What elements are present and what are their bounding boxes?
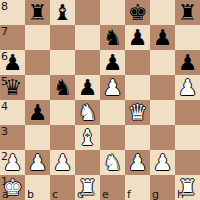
piece-white-knight-d4[interactable]: ♞ bbox=[78, 100, 98, 125]
square-c8[interactable]: ♝ bbox=[50, 0, 75, 25]
piece-white-pawn-a2[interactable]: ♟ bbox=[3, 150, 23, 175]
square-h3[interactable] bbox=[175, 125, 200, 150]
square-f2[interactable]: ♟ bbox=[125, 150, 150, 175]
square-g8[interactable] bbox=[150, 0, 175, 25]
piece-white-pawn-f2[interactable]: ♟ bbox=[128, 150, 148, 175]
piece-white-rook-h1[interactable]: ♜ bbox=[178, 175, 198, 200]
piece-white-pawn-e5[interactable]: ♟ bbox=[103, 75, 123, 100]
chess-diagram: ♜♝♚♜♞♟♟♟♟♟♛♞♟♟♟♟♞♛♝♟♟♟♞♟♟♚♜♜87654321abcd… bbox=[0, 0, 200, 200]
square-e6[interactable]: ♟ bbox=[100, 50, 125, 75]
file-label-b: b bbox=[27, 189, 34, 200]
square-b2[interactable]: ♟ bbox=[25, 150, 50, 175]
piece-white-pawn-c2[interactable]: ♟ bbox=[53, 150, 73, 175]
square-b7[interactable] bbox=[25, 25, 50, 50]
piece-black-pawn-g7[interactable]: ♟ bbox=[153, 25, 173, 50]
file-label-f: f bbox=[127, 189, 131, 200]
piece-black-knight-e7[interactable]: ♞ bbox=[103, 25, 123, 50]
piece-black-knight-c5[interactable]: ♞ bbox=[53, 75, 73, 100]
piece-white-rook-d1[interactable]: ♜ bbox=[78, 175, 98, 200]
piece-black-pawn-a6[interactable]: ♟ bbox=[3, 50, 23, 75]
piece-black-pawn-b4[interactable]: ♟ bbox=[28, 100, 48, 125]
piece-black-rook-h8[interactable]: ♜ bbox=[178, 0, 198, 25]
square-b8[interactable]: ♜ bbox=[25, 0, 50, 25]
square-b6[interactable] bbox=[25, 50, 50, 75]
square-d2[interactable] bbox=[75, 150, 100, 175]
square-h5[interactable]: ♟ bbox=[175, 75, 200, 100]
piece-black-pawn-f7[interactable]: ♟ bbox=[128, 25, 148, 50]
piece-black-pawn-e6[interactable]: ♟ bbox=[103, 50, 123, 75]
rank-label-4: 4 bbox=[1, 101, 8, 112]
piece-black-king-f8[interactable]: ♚ bbox=[128, 0, 148, 25]
square-d7[interactable] bbox=[75, 25, 100, 50]
square-d6[interactable] bbox=[75, 50, 100, 75]
rank-label-7: 7 bbox=[1, 26, 8, 37]
square-a1[interactable]: ♚ bbox=[0, 175, 25, 200]
square-e4[interactable] bbox=[100, 100, 125, 125]
square-b4[interactable]: ♟ bbox=[25, 100, 50, 125]
piece-black-queen-a5[interactable]: ♛ bbox=[3, 75, 23, 100]
square-a5[interactable]: ♛ bbox=[0, 75, 25, 100]
square-d3[interactable]: ♝ bbox=[75, 125, 100, 150]
square-d5[interactable]: ♟ bbox=[75, 75, 100, 100]
square-f6[interactable] bbox=[125, 50, 150, 75]
square-d4[interactable]: ♞ bbox=[75, 100, 100, 125]
square-b3[interactable] bbox=[25, 125, 50, 150]
square-h6[interactable]: ♟ bbox=[175, 50, 200, 75]
square-a2[interactable]: ♟ bbox=[0, 150, 25, 175]
square-g3[interactable] bbox=[150, 125, 175, 150]
piece-white-pawn-b2[interactable]: ♟ bbox=[28, 150, 48, 175]
square-f4[interactable]: ♛ bbox=[125, 100, 150, 125]
square-h4[interactable] bbox=[175, 100, 200, 125]
square-e7[interactable]: ♞ bbox=[100, 25, 125, 50]
piece-white-knight-e2[interactable]: ♞ bbox=[103, 150, 123, 175]
square-c3[interactable] bbox=[50, 125, 75, 150]
square-g6[interactable] bbox=[150, 50, 175, 75]
square-c6[interactable] bbox=[50, 50, 75, 75]
square-h1[interactable]: ♜ bbox=[175, 175, 200, 200]
square-d1[interactable]: ♜ bbox=[75, 175, 100, 200]
piece-black-pawn-h6[interactable]: ♟ bbox=[178, 50, 198, 75]
square-f5[interactable] bbox=[125, 75, 150, 100]
piece-black-pawn-d5[interactable]: ♟ bbox=[78, 75, 98, 100]
square-g7[interactable]: ♟ bbox=[150, 25, 175, 50]
square-c7[interactable] bbox=[50, 25, 75, 50]
piece-white-queen-f4[interactable]: ♛ bbox=[128, 100, 148, 125]
rank-label-3: 3 bbox=[1, 126, 8, 137]
square-h2[interactable] bbox=[175, 150, 200, 175]
square-c5[interactable]: ♞ bbox=[50, 75, 75, 100]
square-c2[interactable]: ♟ bbox=[50, 150, 75, 175]
square-h8[interactable]: ♜ bbox=[175, 0, 200, 25]
piece-black-bishop-c8[interactable]: ♝ bbox=[53, 0, 73, 25]
square-e3[interactable] bbox=[100, 125, 125, 150]
piece-white-pawn-g2[interactable]: ♟ bbox=[153, 150, 173, 175]
file-label-g: g bbox=[152, 189, 159, 200]
file-label-e: e bbox=[102, 189, 109, 200]
square-f3[interactable] bbox=[125, 125, 150, 150]
rank-label-8: 8 bbox=[1, 1, 8, 12]
square-e2[interactable]: ♞ bbox=[100, 150, 125, 175]
square-g2[interactable]: ♟ bbox=[150, 150, 175, 175]
square-g5[interactable] bbox=[150, 75, 175, 100]
piece-white-king-a1[interactable]: ♚ bbox=[3, 175, 23, 200]
square-b5[interactable] bbox=[25, 75, 50, 100]
square-f7[interactable]: ♟ bbox=[125, 25, 150, 50]
file-label-c: c bbox=[52, 189, 58, 200]
square-g4[interactable] bbox=[150, 100, 175, 125]
square-c4[interactable] bbox=[50, 100, 75, 125]
square-a6[interactable]: ♟ bbox=[0, 50, 25, 75]
piece-white-pawn-h5[interactable]: ♟ bbox=[178, 75, 198, 100]
square-e5[interactable]: ♟ bbox=[100, 75, 125, 100]
piece-black-rook-b8[interactable]: ♜ bbox=[28, 0, 48, 25]
chess-board: ♜♝♚♜♞♟♟♟♟♟♛♞♟♟♟♟♞♛♝♟♟♟♞♟♟♚♜♜87654321abcd… bbox=[0, 0, 200, 200]
piece-white-bishop-d3[interactable]: ♝ bbox=[78, 125, 98, 150]
square-h7[interactable] bbox=[175, 25, 200, 50]
square-e8[interactable] bbox=[100, 0, 125, 25]
square-d8[interactable] bbox=[75, 0, 100, 25]
square-f8[interactable]: ♚ bbox=[125, 0, 150, 25]
